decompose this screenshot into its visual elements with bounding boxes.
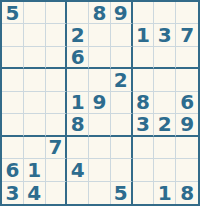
cell-r7c8[interactable] [154, 137, 176, 159]
cell-r3c7[interactable] [133, 47, 155, 69]
cell-r4c2[interactable] [24, 69, 46, 91]
cell-r7c6[interactable] [111, 137, 133, 159]
cell-r6c1[interactable] [2, 114, 24, 136]
sudoku-board: 58921376219868329761434518 [0, 0, 200, 206]
cell-r9c3[interactable] [46, 182, 68, 204]
cell-r9c7[interactable] [133, 182, 155, 204]
cell-r1c8[interactable] [154, 2, 176, 24]
cell-r3c5[interactable] [89, 47, 111, 69]
cell-r8c3[interactable] [46, 159, 68, 181]
cell-r5c5[interactable]: 9 [89, 92, 111, 114]
cell-r6c5[interactable] [89, 114, 111, 136]
cell-r1c7[interactable] [133, 2, 155, 24]
cell-r3c6[interactable] [111, 47, 133, 69]
cell-r2c9[interactable]: 7 [176, 24, 198, 46]
cell-r7c3[interactable]: 7 [46, 137, 68, 159]
cell-r1c2[interactable] [24, 2, 46, 24]
cell-r1c6[interactable]: 9 [111, 2, 133, 24]
cell-r2c6[interactable] [111, 24, 133, 46]
cell-r2c1[interactable] [2, 24, 24, 46]
cell-r2c8[interactable]: 3 [154, 24, 176, 46]
cell-r2c5[interactable] [89, 24, 111, 46]
cell-r5c7[interactable]: 8 [133, 92, 155, 114]
cell-r7c4[interactable] [67, 137, 89, 159]
cell-r6c8[interactable]: 2 [154, 114, 176, 136]
cell-r5c6[interactable] [111, 92, 133, 114]
cell-r8c4[interactable]: 4 [67, 159, 89, 181]
cell-r5c9[interactable]: 6 [176, 92, 198, 114]
cell-r9c2[interactable]: 4 [24, 182, 46, 204]
cell-r3c2[interactable] [24, 47, 46, 69]
cell-r8c9[interactable] [176, 159, 198, 181]
cell-r4c1[interactable] [2, 69, 24, 91]
cell-r8c6[interactable] [111, 159, 133, 181]
cell-r5c3[interactable] [46, 92, 68, 114]
cell-r3c4[interactable]: 6 [67, 47, 89, 69]
cell-r4c6[interactable]: 2 [111, 69, 133, 91]
cell-r2c7[interactable]: 1 [133, 24, 155, 46]
cell-r7c2[interactable] [24, 137, 46, 159]
cell-r7c5[interactable] [89, 137, 111, 159]
cell-r8c5[interactable] [89, 159, 111, 181]
cell-r3c9[interactable] [176, 47, 198, 69]
cell-r1c9[interactable] [176, 2, 198, 24]
cell-r9c4[interactable] [67, 182, 89, 204]
cell-r7c9[interactable] [176, 137, 198, 159]
cell-r8c2[interactable]: 1 [24, 159, 46, 181]
cell-r7c1[interactable] [2, 137, 24, 159]
cell-r2c2[interactable] [24, 24, 46, 46]
cell-r5c8[interactable] [154, 92, 176, 114]
cell-r7c7[interactable] [133, 137, 155, 159]
cell-r4c5[interactable] [89, 69, 111, 91]
cell-r6c2[interactable] [24, 114, 46, 136]
cell-r9c8[interactable]: 1 [154, 182, 176, 204]
cell-r3c8[interactable] [154, 47, 176, 69]
cell-r2c3[interactable] [46, 24, 68, 46]
cell-r6c9[interactable]: 9 [176, 114, 198, 136]
cell-r4c8[interactable] [154, 69, 176, 91]
cell-r2c4[interactable]: 2 [67, 24, 89, 46]
cell-r8c8[interactable] [154, 159, 176, 181]
cell-r3c1[interactable] [2, 47, 24, 69]
cell-r1c3[interactable] [46, 2, 68, 24]
cell-r6c7[interactable]: 3 [133, 114, 155, 136]
cell-r9c6[interactable]: 5 [111, 182, 133, 204]
cell-r5c2[interactable] [24, 92, 46, 114]
cell-r5c1[interactable] [2, 92, 24, 114]
cell-r4c4[interactable] [67, 69, 89, 91]
cell-r1c4[interactable] [67, 2, 89, 24]
cell-r3c3[interactable] [46, 47, 68, 69]
cell-r1c5[interactable]: 8 [89, 2, 111, 24]
cell-r9c5[interactable] [89, 182, 111, 204]
cell-r5c4[interactable]: 1 [67, 92, 89, 114]
cell-r6c4[interactable]: 8 [67, 114, 89, 136]
cell-r4c7[interactable] [133, 69, 155, 91]
cell-r1c1[interactable]: 5 [2, 2, 24, 24]
cell-r8c1[interactable]: 6 [2, 159, 24, 181]
cell-r8c7[interactable] [133, 159, 155, 181]
cell-r6c6[interactable] [111, 114, 133, 136]
cell-r4c3[interactable] [46, 69, 68, 91]
cell-r9c1[interactable]: 3 [2, 182, 24, 204]
cell-r4c9[interactable] [176, 69, 198, 91]
cell-r9c9[interactable]: 8 [176, 182, 198, 204]
cell-r6c3[interactable] [46, 114, 68, 136]
